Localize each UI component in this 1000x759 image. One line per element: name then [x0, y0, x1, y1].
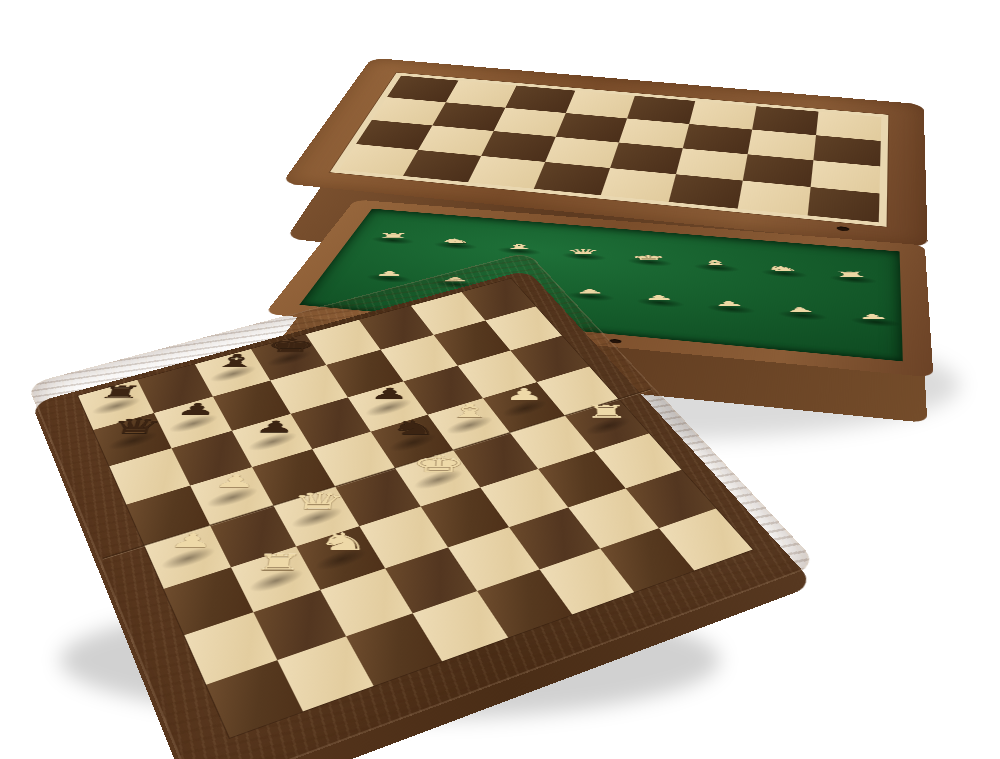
felt-well: [432, 241, 479, 251]
lid-square: [738, 181, 811, 216]
lid-square: [468, 156, 545, 189]
felt-well: [778, 309, 828, 321]
lid-square: [669, 174, 743, 208]
felt-well: [706, 303, 756, 315]
felt-well: [851, 316, 901, 329]
felt-well: [560, 251, 607, 262]
lid-square: [808, 187, 880, 222]
felt-well: [626, 257, 673, 268]
felt-well: [364, 273, 413, 284]
lid-square: [601, 168, 676, 202]
lid-square: [534, 162, 610, 195]
felt-well: [693, 262, 740, 273]
felt-well: [369, 235, 416, 245]
product-photo-chess-set: { "game": "chess", "scene": "wooden fold…: [0, 0, 1000, 759]
felt-well: [761, 268, 808, 279]
felt-well: [635, 297, 685, 309]
scene-stage: ♜♞♝♛♚♝♞♜♟♟♟♟♟♟♟♟ ♜♝♚♛♟♟♟♟♞♝♟♟♛♚♜♜♞: [0, 0, 1000, 759]
felt-well: [830, 274, 877, 285]
magnet-dot-icon: [837, 226, 850, 231]
